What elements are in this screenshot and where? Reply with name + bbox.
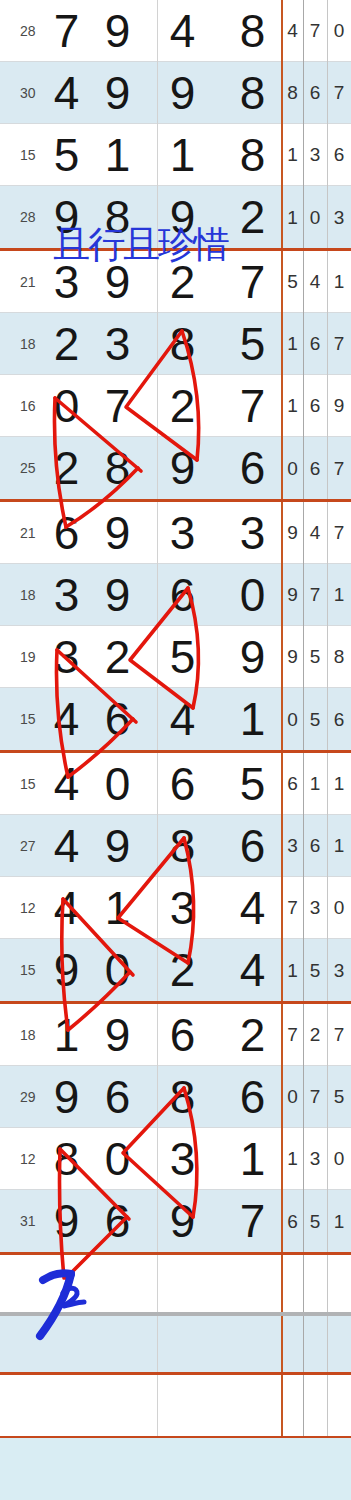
main-digit: 3 [40,259,92,305]
tail-digit: 1 [303,774,327,793]
row-sum: 15 [0,148,40,162]
number-row: 181962727 [0,1004,351,1066]
main-digit: 4 [40,70,92,116]
number-row: 183960971 [0,564,351,626]
tail-digit: 4 [282,21,303,40]
tail-digit: 0 [282,710,303,729]
main-digit: 5 [222,321,282,367]
main-digit: 2 [142,259,222,305]
main-digit: 9 [40,1074,92,1120]
number-row: 304998867 [0,62,351,124]
group-divider [0,499,351,502]
row-sum: 18 [0,337,40,351]
row-sum: 21 [0,526,40,540]
bottom-band [0,1438,351,1500]
main-digit: 6 [142,761,222,807]
main-digit: 2 [142,383,222,429]
main-digit: 6 [92,1198,142,1244]
main-digit: 8 [142,1074,222,1120]
main-digit: 0 [222,572,282,618]
row-sum: 31 [0,1214,40,1228]
gray-bar [0,1312,351,1316]
row-sum: 19 [0,650,40,664]
main-digit: 4 [40,823,92,869]
row-sum: 25 [0,461,40,475]
main-digit: 9 [142,1198,222,1244]
tail-digit: 0 [303,208,327,227]
tail-digit: 1 [282,145,303,164]
tail-digit: 3 [303,898,327,917]
row-sum: 28 [0,210,40,224]
main-digit: 9 [92,510,142,556]
tail-digit: 9 [282,523,303,542]
main-digit: 9 [40,947,92,993]
tail-digit: 7 [303,585,327,604]
row-sum: 29 [0,1090,40,1104]
main-digit: 1 [40,1012,92,1058]
tail-digit: 6 [303,396,327,415]
main-digit: 5 [142,634,222,680]
number-row: 160727169 [0,375,351,437]
number-row: 159024153 [0,939,351,1001]
main-digit: 4 [222,885,282,931]
row-sum: 15 [0,712,40,726]
lottery-trend-chart: 2879484703049988671551181362898921032139… [0,0,351,1500]
main-digit: 3 [142,885,222,931]
main-digit: 7 [222,1198,282,1244]
tail-digit: 6 [303,83,327,102]
number-row: 154641056 [0,688,351,750]
tail-digit: 0 [282,1087,303,1106]
main-digit: 7 [222,259,282,305]
main-digit: 3 [142,1136,222,1182]
row-sum: 12 [0,1152,40,1166]
main-digit: 6 [92,696,142,742]
tail-digit: 3 [282,836,303,855]
main-digit: 1 [142,132,222,178]
row-sum: 15 [0,777,40,791]
row-sum: 18 [0,588,40,602]
main-digit: 9 [92,1012,142,1058]
tail-digit: 6 [282,774,303,793]
row-sum: 15 [0,963,40,977]
tail-digit: 1 [327,1212,351,1231]
tail-digit: 3 [303,145,327,164]
tail-digit: 1 [282,334,303,353]
main-digit: 6 [222,823,282,869]
main-digit: 7 [222,383,282,429]
number-row: 154065611 [0,753,351,815]
main-digit: 4 [40,761,92,807]
main-digit: 3 [222,510,282,556]
tail-column-separator [327,0,328,1437]
number-row: 155118136 [0,124,351,186]
empty-row-blue [0,1316,351,1372]
tail-digit: 1 [327,272,351,291]
tail-digit: 1 [282,208,303,227]
main-digit: 5 [40,132,92,178]
main-digit: 3 [40,634,92,680]
tail-digit: 8 [327,647,351,666]
tail-digit: 0 [327,1149,351,1168]
main-digit: 6 [142,1012,222,1058]
tail-digit: 9 [327,396,351,415]
main-digit: 9 [92,259,142,305]
tail-digit: 1 [327,836,351,855]
orange-line-thin [0,1436,351,1438]
main-digit: 4 [222,947,282,993]
main-digit: 1 [222,1136,282,1182]
number-row: 274986361 [0,815,351,877]
main-digit: 7 [40,8,92,54]
tail-digit: 1 [282,1149,303,1168]
tail-digit: 1 [282,961,303,980]
tail-digit: 9 [282,585,303,604]
number-row: 287948470 [0,0,351,62]
rows: 2879484703049988671551181362898921032139… [0,0,351,1255]
main-digit: 0 [40,383,92,429]
tail-digit: 6 [327,710,351,729]
main-digit: 2 [92,634,142,680]
main-digit: 2 [142,947,222,993]
number-row: 128031130 [0,1128,351,1190]
number-row: 193259958 [0,626,351,688]
main-digit: 5 [222,761,282,807]
number-row: 182385167 [0,313,351,375]
main-digit: 2 [222,1012,282,1058]
tail-digit: 7 [303,1087,327,1106]
tail-digit: 0 [327,21,351,40]
main-digit: 4 [40,885,92,931]
tail-digit: 5 [303,1212,327,1231]
tail-digit: 5 [327,1087,351,1106]
tail-digit: 0 [327,898,351,917]
main-digit: 9 [92,8,142,54]
row-sum: 12 [0,901,40,915]
tail-digit: 7 [282,898,303,917]
orange-column-separator [281,0,283,1437]
main-digit: 6 [222,445,282,491]
main-digit: 8 [92,445,142,491]
group-divider [0,1252,351,1255]
column-separator [157,0,158,1437]
main-digit: 0 [92,1136,142,1182]
main-digit: 8 [222,8,282,54]
tail-digit: 5 [303,961,327,980]
empty-row-white [0,1375,351,1436]
tail-digit: 5 [303,710,327,729]
group-divider [0,750,351,753]
main-digit: 8 [142,321,222,367]
tail-digit: 5 [282,272,303,291]
main-digit: 2 [40,321,92,367]
tail-digit: 0 [282,459,303,478]
main-digit: 6 [222,1074,282,1120]
tail-digit: 6 [282,1212,303,1231]
main-digit: 0 [92,761,142,807]
number-row: 299686075 [0,1066,351,1128]
row-sum: 16 [0,399,40,413]
main-digit: 0 [92,947,142,993]
main-digit: 9 [92,823,142,869]
main-digit: 2 [40,445,92,491]
main-digit: 7 [92,383,142,429]
main-digit: 3 [40,572,92,618]
tail-digit: 6 [327,145,351,164]
tail-column-separator [303,0,304,1437]
main-digit: 2 [222,194,282,240]
main-digit: 6 [92,1074,142,1120]
main-digit: 8 [40,1136,92,1182]
main-digit: 9 [92,572,142,618]
tail-digit: 3 [303,1149,327,1168]
main-digit: 8 [142,823,222,869]
tail-digit: 6 [303,459,327,478]
tail-digit: 7 [327,334,351,353]
tail-digit: 7 [327,83,351,102]
tail-digit: 7 [282,1025,303,1044]
main-digit: 8 [222,132,282,178]
main-digit: 3 [92,321,142,367]
main-digit: 6 [40,510,92,556]
tail-digit: 3 [327,208,351,227]
row-sum: 21 [0,275,40,289]
number-row: 124134730 [0,877,351,939]
main-digit: 9 [92,70,142,116]
tail-digit: 9 [282,647,303,666]
number-row: 252896067 [0,437,351,499]
tail-digit: 8 [282,83,303,102]
main-digit: 1 [92,885,142,931]
tail-digit: 1 [282,396,303,415]
tail-digit: 2 [303,1025,327,1044]
row-sum: 18 [0,1028,40,1042]
handwritten-caption: 且行且珍惜 [53,226,228,263]
tail-digit: 7 [327,523,351,542]
main-digit: 4 [40,696,92,742]
main-digit: 9 [40,1198,92,1244]
number-row: 216933947 [0,502,351,564]
orange-line [0,1372,351,1375]
main-digit: 3 [142,510,222,556]
main-digit: 9 [222,634,282,680]
tail-digit: 6 [303,334,327,353]
row-sum: 28 [0,24,40,38]
tail-digit: 1 [327,585,351,604]
tail-digit: 4 [303,272,327,291]
tail-digit: 4 [303,523,327,542]
main-digit: 4 [142,8,222,54]
tail-digit: 5 [303,647,327,666]
tail-digit: 7 [327,459,351,478]
main-digit: 4 [142,696,222,742]
main-digit: 6 [142,572,222,618]
row-sum: 30 [0,86,40,100]
main-digit: 1 [92,132,142,178]
group-divider [0,1001,351,1004]
tail-digit: 6 [303,836,327,855]
main-digit: 9 [142,445,222,491]
main-digit: 1 [222,696,282,742]
tail-digit: 1 [327,774,351,793]
main-digit: 8 [222,70,282,116]
row-sum: 27 [0,839,40,853]
tail-digit: 7 [327,1025,351,1044]
main-digit: 9 [142,70,222,116]
tail-digit: 3 [327,961,351,980]
number-row: 319697651 [0,1190,351,1252]
tail-digit: 7 [303,21,327,40]
empty-row-white [0,1255,351,1312]
